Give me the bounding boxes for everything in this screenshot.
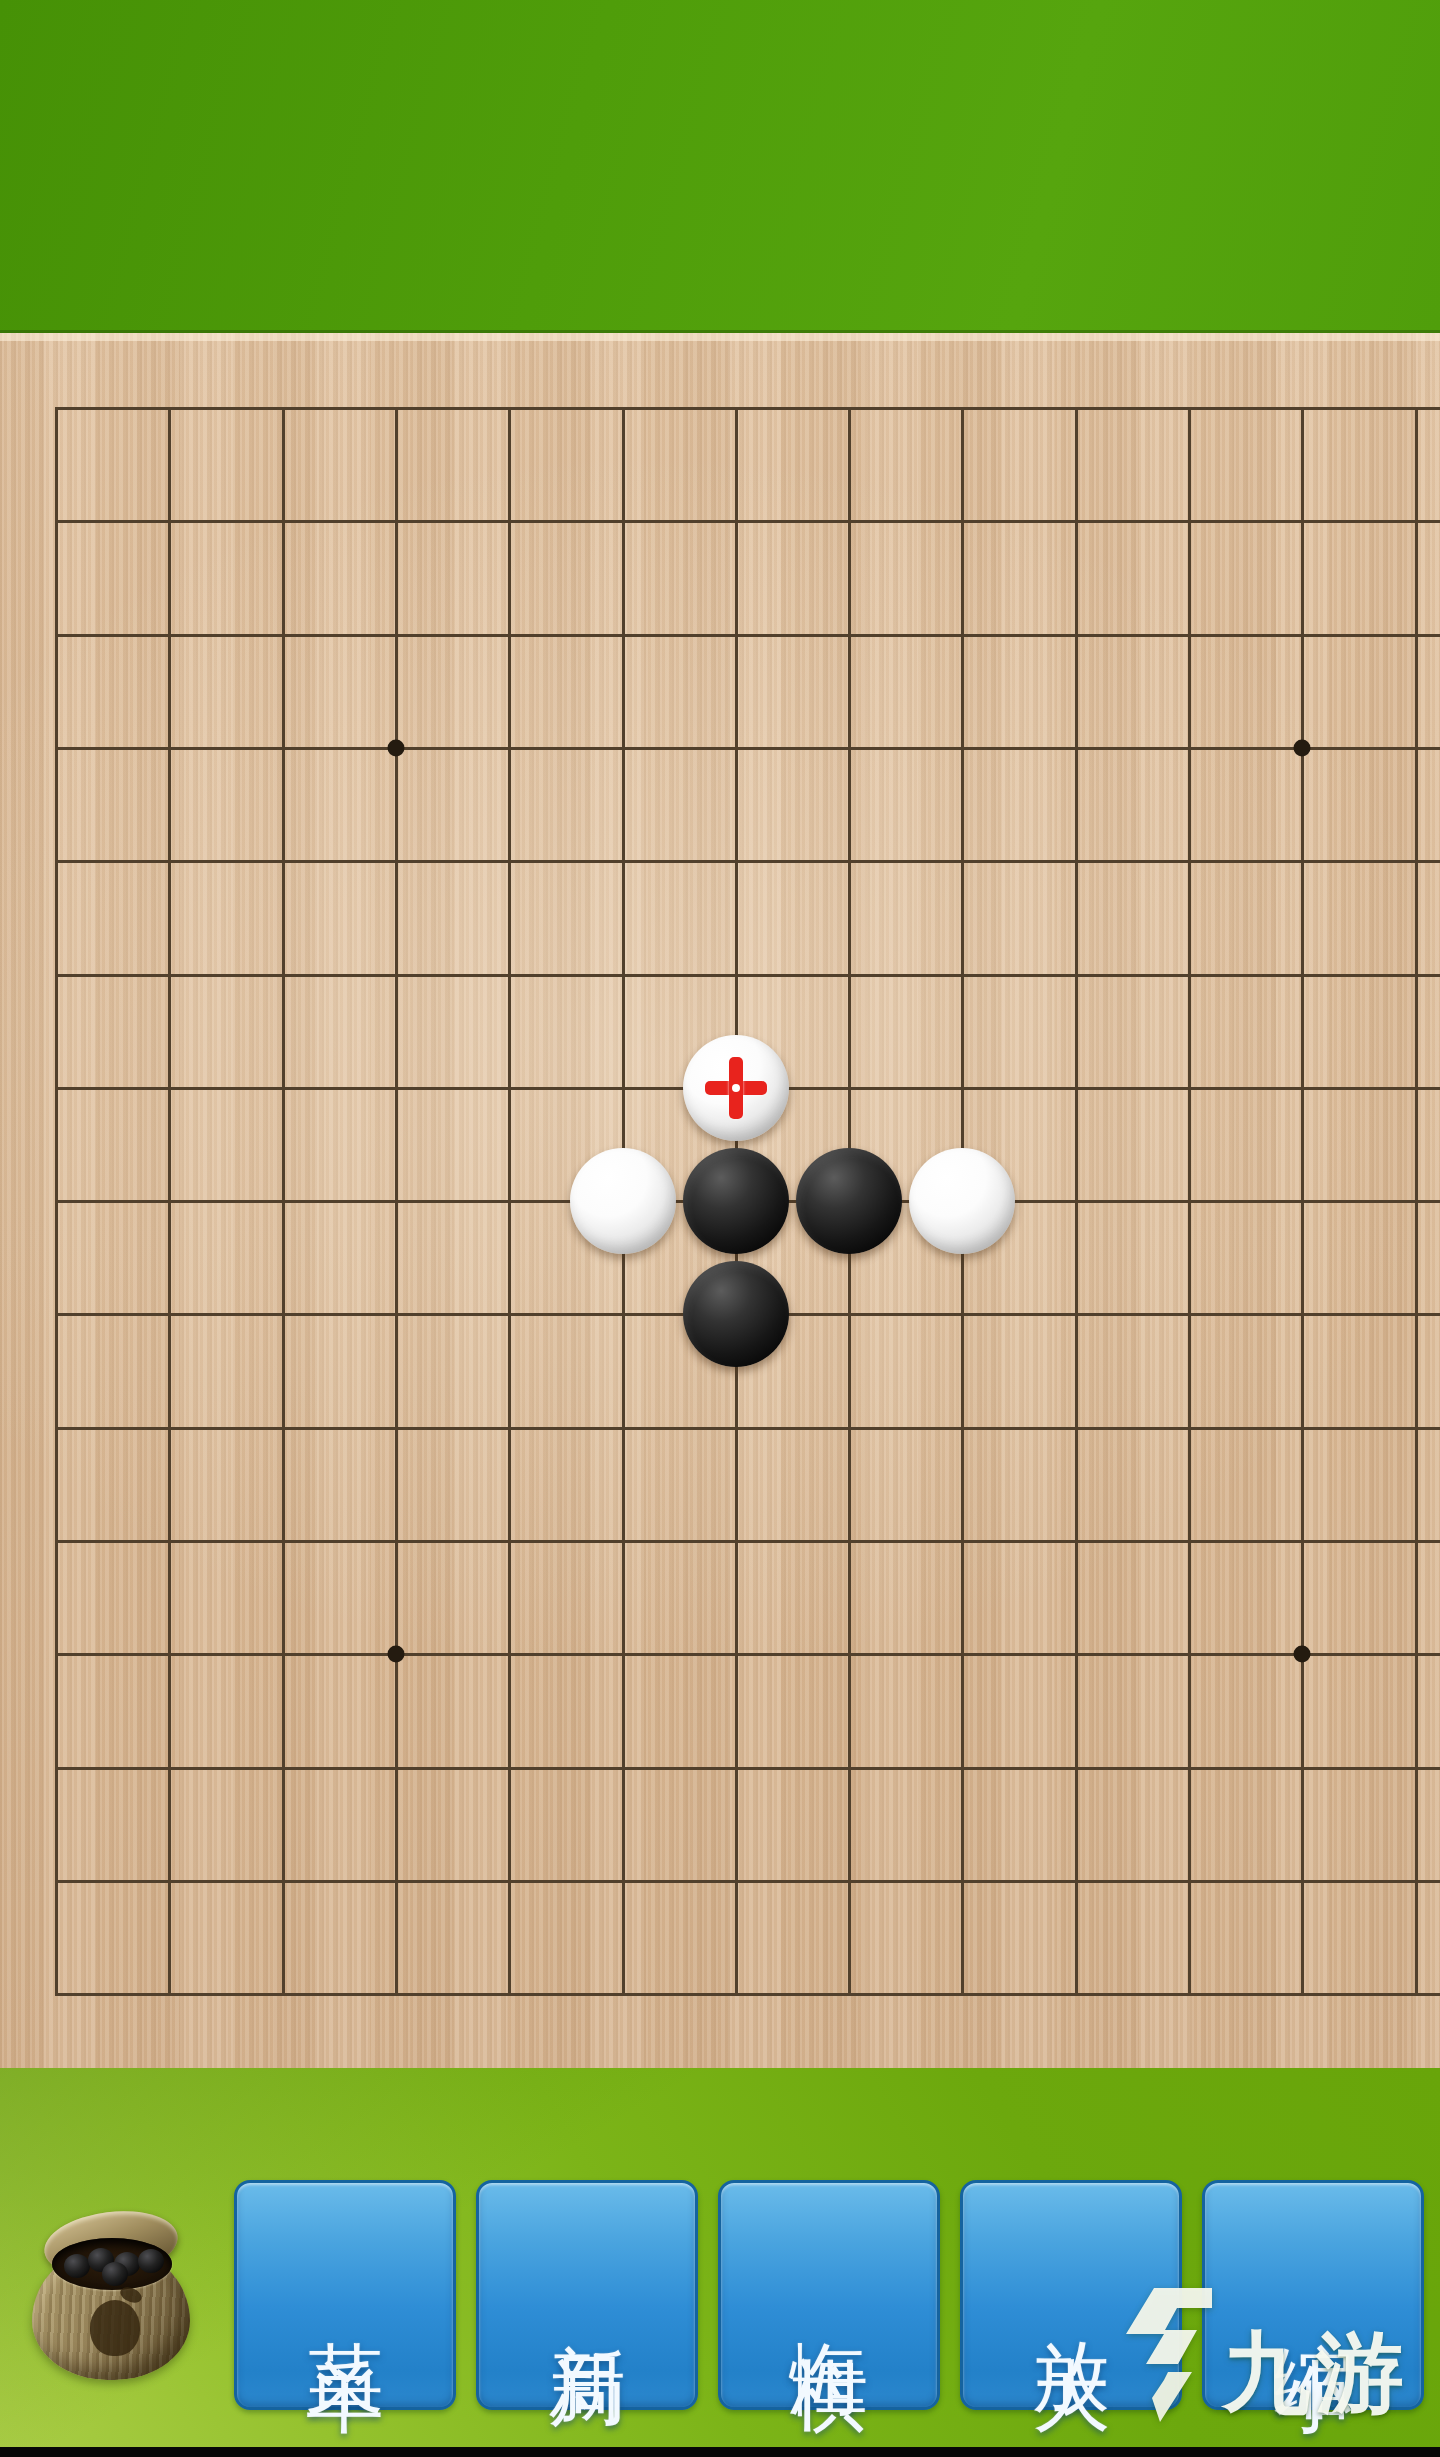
zoom-out-button-label: 缩小 <box>1274 2279 1352 2311</box>
black-stone <box>796 1148 902 1254</box>
last-move-cross-marker <box>705 1057 767 1119</box>
black-stone <box>683 1148 789 1254</box>
zoom-out-button[interactable]: 缩小 <box>1202 2180 1424 2410</box>
board-grid <box>55 407 1440 1996</box>
bowl-apple-mark <box>90 2300 140 2356</box>
footer-bar: 菜单 新局 悔棋 放大 缩小 九游 <box>0 2068 1440 2447</box>
star-point <box>387 1646 404 1663</box>
star-point <box>387 739 404 756</box>
app-screen: 菜单 新局 悔棋 放大 缩小 九游 <box>0 0 1440 2457</box>
zoom-in-button-label: 放大 <box>1032 2279 1110 2311</box>
menu-button-label: 菜单 <box>306 2279 384 2311</box>
black-stone <box>683 1261 789 1367</box>
header-bar <box>0 0 1440 333</box>
bottom-black-strip <box>0 2447 1440 2457</box>
undo-button-label: 悔棋 <box>790 2279 868 2311</box>
star-point <box>1294 1646 1311 1663</box>
white-stone <box>909 1148 1015 1254</box>
goban-board[interactable] <box>0 333 1440 2068</box>
white-stone <box>570 1148 676 1254</box>
stone-bowl-icon <box>32 2212 190 2380</box>
zoom-in-button[interactable]: 放大 <box>960 2180 1182 2410</box>
menu-button[interactable]: 菜单 <box>234 2180 456 2410</box>
new-game-button[interactable]: 新局 <box>476 2180 698 2410</box>
white-stone-last-move <box>683 1035 789 1141</box>
star-point <box>1294 739 1311 756</box>
new-game-button-label: 新局 <box>548 2279 626 2311</box>
bowl-opening <box>52 2238 172 2290</box>
undo-button[interactable]: 悔棋 <box>718 2180 940 2410</box>
